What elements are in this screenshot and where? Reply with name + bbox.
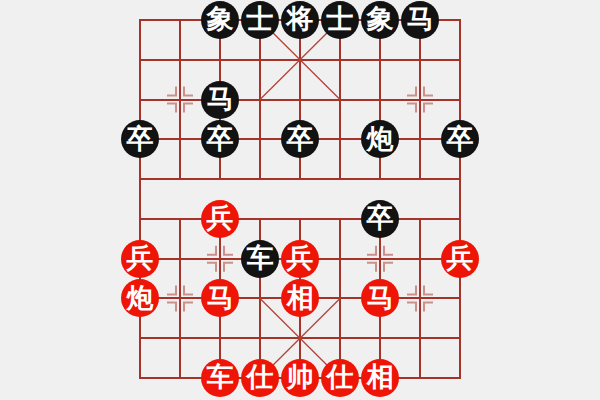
board-point-d8[interactable] [240, 318, 280, 358]
board-point-a6[interactable]: 兵 [120, 239, 160, 279]
board-point-a5[interactable] [120, 199, 160, 239]
board-point-a1[interactable] [120, 40, 160, 80]
board-point-e3[interactable]: 卒 [280, 119, 320, 159]
board-point-b4[interactable] [160, 159, 200, 199]
board-point-c2[interactable]: 马 [200, 80, 240, 120]
piece-red-advisor-2[interactable]: 仕 [321, 359, 359, 397]
board-point-i4[interactable] [440, 159, 480, 199]
board-point-h3[interactable] [400, 119, 440, 159]
board-point-a0[interactable] [120, 0, 160, 40]
piece-black-elephant-2[interactable]: 象 [361, 1, 399, 39]
piece-black-horse-2[interactable]: 马 [201, 81, 239, 119]
board-point-f4[interactable] [320, 159, 360, 199]
board-grid: 象士将士象马马卒卒卒炮卒兵卒兵车兵兵炮马相马车仕帅仕相 [120, 0, 480, 398]
board-point-h7[interactable] [400, 278, 440, 318]
board-point-b8[interactable] [160, 318, 200, 358]
board-point-f0[interactable]: 士 [320, 0, 360, 40]
board-point-e4[interactable] [280, 159, 320, 199]
board-point-b9[interactable] [160, 358, 200, 398]
board-point-e1[interactable] [280, 40, 320, 80]
board-point-h2[interactable] [400, 80, 440, 120]
board-point-c6[interactable] [200, 239, 240, 279]
piece-black-soldier-4[interactable]: 卒 [441, 120, 479, 158]
piece-black-advisor-2[interactable]: 士 [321, 1, 359, 39]
board-point-e0[interactable]: 将 [280, 0, 320, 40]
board-point-d7[interactable] [240, 278, 280, 318]
piece-black-soldier-3[interactable]: 卒 [281, 120, 319, 158]
piece-black-soldier-1[interactable]: 卒 [121, 120, 159, 158]
board-point-h1[interactable] [400, 40, 440, 80]
board-point-c8[interactable] [200, 318, 240, 358]
piece-black-soldier-5[interactable]: 卒 [361, 200, 399, 238]
board-point-g7[interactable]: 马 [360, 278, 400, 318]
board-point-a3[interactable]: 卒 [120, 119, 160, 159]
piece-black-chariot[interactable]: 车 [241, 240, 279, 278]
board-point-g5[interactable]: 卒 [360, 199, 400, 239]
board-point-e7[interactable]: 相 [280, 278, 320, 318]
board-point-f6[interactable] [320, 239, 360, 279]
piece-red-advisor-1[interactable]: 仕 [241, 359, 279, 397]
piece-black-king[interactable]: 将 [281, 1, 319, 39]
board-point-f5[interactable] [320, 199, 360, 239]
board-point-c4[interactable] [200, 159, 240, 199]
board-point-a7[interactable]: 炮 [120, 278, 160, 318]
board-point-a8[interactable] [120, 318, 160, 358]
board-point-g3[interactable]: 炮 [360, 119, 400, 159]
piece-red-chariot[interactable]: 车 [201, 359, 239, 397]
board-point-a4[interactable] [120, 159, 160, 199]
board-point-b0[interactable] [160, 0, 200, 40]
piece-red-soldier-4[interactable]: 兵 [441, 240, 479, 278]
board-point-d9[interactable]: 仕 [240, 358, 280, 398]
piece-red-elephant-2[interactable]: 相 [361, 359, 399, 397]
board-point-f7[interactable] [320, 278, 360, 318]
piece-red-elephant-1[interactable]: 相 [281, 279, 319, 317]
piece-red-soldier-1[interactable]: 兵 [201, 200, 239, 238]
board-point-i6[interactable]: 兵 [440, 239, 480, 279]
board-point-b6[interactable] [160, 239, 200, 279]
board-point-c7[interactable]: 马 [200, 278, 240, 318]
board-point-e2[interactable] [280, 80, 320, 120]
board-point-g2[interactable] [360, 80, 400, 120]
piece-black-elephant-1[interactable]: 象 [201, 1, 239, 39]
piece-black-horse-1[interactable]: 马 [401, 1, 439, 39]
board-point-f9[interactable]: 仕 [320, 358, 360, 398]
piece-red-king[interactable]: 帅 [281, 359, 319, 397]
board-point-c1[interactable] [200, 40, 240, 80]
board-point-b5[interactable] [160, 199, 200, 239]
board-point-b7[interactable] [160, 278, 200, 318]
board-point-e5[interactable] [280, 199, 320, 239]
piece-red-horse-2[interactable]: 马 [361, 279, 399, 317]
piece-black-cannon[interactable]: 炮 [361, 120, 399, 158]
board-point-g1[interactable] [360, 40, 400, 80]
board-point-h4[interactable] [400, 159, 440, 199]
board-point-f8[interactable] [320, 318, 360, 358]
board-point-d4[interactable] [240, 159, 280, 199]
board-point-c5[interactable]: 兵 [200, 199, 240, 239]
board-point-b3[interactable] [160, 119, 200, 159]
board-point-e9[interactable]: 帅 [280, 358, 320, 398]
board-point-f3[interactable] [320, 119, 360, 159]
board-point-g6[interactable] [360, 239, 400, 279]
board-point-e8[interactable] [280, 318, 320, 358]
piece-red-soldier-2[interactable]: 兵 [121, 240, 159, 278]
xiangqi-screen: 象士将士象马马卒卒卒炮卒兵卒兵车兵兵炮马相马车仕帅仕相 [0, 0, 600, 400]
piece-black-advisor-1[interactable]: 士 [241, 1, 279, 39]
board-point-i7[interactable] [440, 278, 480, 318]
board-point-g8[interactable] [360, 318, 400, 358]
piece-red-cannon[interactable]: 炮 [121, 279, 159, 317]
board-point-h6[interactable] [400, 239, 440, 279]
board-point-i9[interactable] [440, 358, 480, 398]
board-point-b1[interactable] [160, 40, 200, 80]
board-point-c9[interactable]: 车 [200, 358, 240, 398]
piece-red-horse-1[interactable]: 马 [201, 279, 239, 317]
board-point-d0[interactable]: 士 [240, 0, 280, 40]
board-point-i1[interactable] [440, 40, 480, 80]
board-point-i3[interactable]: 卒 [440, 119, 480, 159]
board-point-c3[interactable]: 卒 [200, 119, 240, 159]
board-point-h0[interactable]: 马 [400, 0, 440, 40]
board-point-c0[interactable]: 象 [200, 0, 240, 40]
board-point-e6[interactable]: 兵 [280, 239, 320, 279]
board-point-i8[interactable] [440, 318, 480, 358]
board-point-g9[interactable]: 相 [360, 358, 400, 398]
board-point-i5[interactable] [440, 199, 480, 239]
board-point-d2[interactable] [240, 80, 280, 120]
board-point-d3[interactable] [240, 119, 280, 159]
board-point-d5[interactable] [240, 199, 280, 239]
board-point-f1[interactable] [320, 40, 360, 80]
board-point-i0[interactable] [440, 0, 480, 40]
board-point-b2[interactable] [160, 80, 200, 120]
piece-red-soldier-3[interactable]: 兵 [281, 240, 319, 278]
board-point-g4[interactable] [360, 159, 400, 199]
piece-black-soldier-2[interactable]: 卒 [201, 120, 239, 158]
xiangqi-board: 象士将士象马马卒卒卒炮卒兵卒兵车兵兵炮马相马车仕帅仕相 [0, 0, 600, 400]
board-point-g0[interactable]: 象 [360, 0, 400, 40]
board-point-i2[interactable] [440, 80, 480, 120]
board-point-f2[interactable] [320, 80, 360, 120]
board-point-h5[interactable] [400, 199, 440, 239]
board-point-a9[interactable] [120, 358, 160, 398]
board-point-d6[interactable]: 车 [240, 239, 280, 279]
board-point-a2[interactable] [120, 80, 160, 120]
board-point-h9[interactable] [400, 358, 440, 398]
board-point-d1[interactable] [240, 40, 280, 80]
board-point-h8[interactable] [400, 318, 440, 358]
